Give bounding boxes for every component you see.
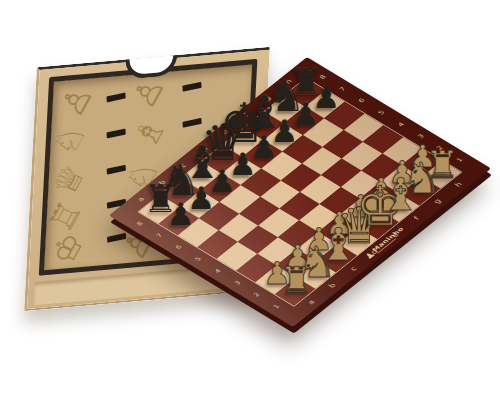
square-h1: ♜ <box>421 160 461 188</box>
piece-slot <box>106 92 125 102</box>
piece-slot <box>182 82 201 92</box>
engraved-knight-outline: ♘ <box>47 119 92 161</box>
engraved-king-outline: ♔ <box>45 227 90 269</box>
engraved-bishop-outline: ♗ <box>127 112 172 154</box>
engraved-pawn-outline: ♙ <box>54 80 99 122</box>
engraved-pawn-outline: ♙ <box>125 72 170 114</box>
engraved-queen-outline: ♕ <box>46 159 91 201</box>
piece-black-pawn: ♟ <box>292 82 360 113</box>
piece-white-rook: ♜ <box>408 146 476 184</box>
product-photo-scene: ♙♘♕♖♔♙♗♘♕♙ ♜♞♝♛♚♝♞♜♟♟♟♟♟♟♟♟♟♟♟♟♟♟♟♟♜♞♝♛♚… <box>0 0 500 394</box>
piece-slot <box>107 129 126 139</box>
